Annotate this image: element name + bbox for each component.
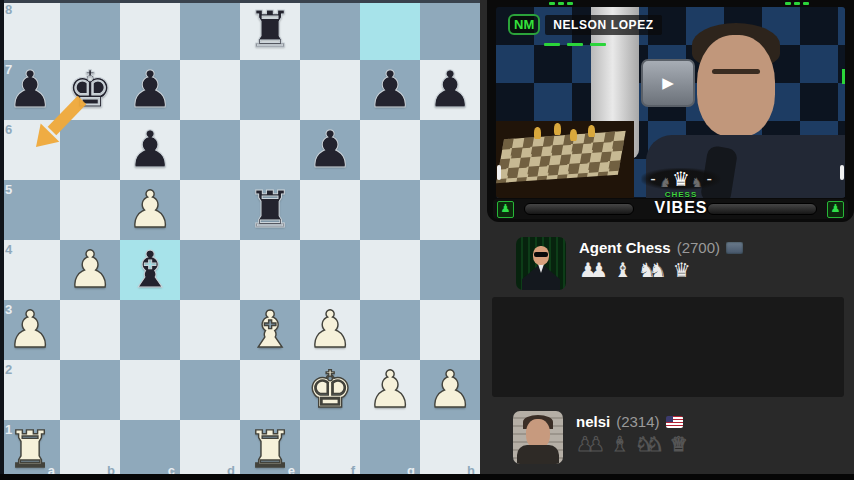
square-e7[interactable] [240,60,300,120]
square-h8[interactable] [420,0,480,60]
nm-title-badge: NM [508,14,540,35]
overlay-dashes-right [785,2,809,5]
chess-table [496,121,634,198]
square-c7[interactable]: ♟ [120,60,180,120]
captured-piece-group: ♞♞ [638,258,667,282]
empty-panel [492,297,844,397]
rank-label: 5 [5,183,12,196]
player-name: Agent Chess [579,239,671,256]
square-c1[interactable]: c [120,420,180,480]
square-b7[interactable]: ♚ [60,60,120,120]
piece-white-pawn[interactable]: ♟ [60,240,120,300]
square-f7[interactable] [300,60,360,120]
square-b4[interactable]: ♟ [60,240,120,300]
board-top-edge [0,0,480,3]
square-c6[interactable]: ♟ [120,120,180,180]
square-c3[interactable] [120,300,180,360]
piece-black-pawn[interactable]: ♟ [360,60,420,120]
square-g8[interactable] [360,0,420,60]
square-b2[interactable] [60,360,120,420]
square-g2[interactable]: ♟ [360,360,420,420]
captured-pieces-row: ♟♟♝♞♞♛ [576,433,694,455]
square-h3[interactable] [420,300,480,360]
square-d5[interactable] [180,180,240,240]
square-h4[interactable] [420,240,480,300]
square-e1[interactable]: e♜ [240,420,300,480]
player-card-bottom: nelsi (2314) ♟♟♝♞♞♛ [513,411,694,464]
square-g5[interactable] [360,180,420,240]
square-d6[interactable] [180,120,240,180]
square-d3[interactable] [180,300,240,360]
piece-black-bishop[interactable]: ♝ [120,240,180,300]
piece-black-pawn[interactable]: ♟ [300,120,360,180]
square-a1[interactable]: 1a♜ [0,420,60,480]
captured-piece-group: ♟♟ [579,258,608,282]
square-h6[interactable] [420,120,480,180]
piece-black-pawn[interactable]: ♟ [0,60,60,120]
frame-tick-right [840,165,844,180]
square-a2[interactable]: 2 [0,360,60,420]
logo-dash: – [707,174,712,185]
board-left-edge [0,0,4,480]
gold-chess-piece [588,125,595,137]
rank-label: 6 [5,123,12,136]
piece-white-pawn[interactable]: ♟ [420,360,480,420]
square-c2[interactable] [120,360,180,420]
logo-text-vibes: VIBES [641,199,720,216]
logo-text-chess: CHESS [641,190,720,199]
piece-white-pawn[interactable]: ♟ [300,300,360,360]
square-e8[interactable]: ♜ [240,0,300,60]
player-flag-badge [726,242,743,254]
square-d2[interactable] [180,360,240,420]
square-d1[interactable]: d [180,420,240,480]
overlay-pill-left [524,203,634,215]
piece-black-king[interactable]: ♚ [60,60,120,120]
piece-black-pawn[interactable]: ♟ [120,60,180,120]
gold-chess-piece [570,129,577,141]
overlay-dashes-left [549,2,573,5]
square-a7[interactable]: 7♟ [0,60,60,120]
square-a6[interactable]: 6 [0,120,60,180]
square-f4[interactable] [300,240,360,300]
gold-chess-piece [534,127,541,139]
square-a4[interactable]: 4 [0,240,60,300]
gold-chess-piece [554,123,561,135]
square-b5[interactable] [60,180,120,240]
square-g1[interactable]: g [360,420,420,480]
chess-vibes-logo: – ♞ ♛ ♞ – CHESS VIBES [641,168,720,216]
square-f8[interactable] [300,0,360,60]
square-a5[interactable]: 5 [0,180,60,240]
captured-piece-group: ♝ [611,432,629,456]
logo-dash: – [650,174,655,185]
square-f6[interactable]: ♟ [300,120,360,180]
captured-piece-group: ♝ [614,258,632,282]
square-e3[interactable]: ♝ [240,300,300,360]
captured-pieces-row: ♟♟♝♞♞♛ [579,259,743,281]
square-g4[interactable] [360,240,420,300]
square-d4[interactable] [180,240,240,300]
square-d8[interactable] [180,0,240,60]
green-pawn-icon: ♟ [497,201,514,218]
captured-piece-group: ♛ [673,258,691,282]
square-c5[interactable]: ♟ [120,180,180,240]
square-c4[interactable]: ♝ [120,240,180,300]
queen-icon: ♛ [672,168,690,190]
piece-black-pawn[interactable]: ♟ [120,120,180,180]
piece-white-rook[interactable]: ♜ [240,420,300,480]
square-h2[interactable]: ♟ [420,360,480,420]
rank-label: 2 [5,363,12,376]
overlay-pill-right [707,203,817,215]
square-e5[interactable]: ♜ [240,180,300,240]
captured-piece-group: ♟♟ [576,432,605,456]
webcam-panel: ▶ NM NELSON LOPEZ ♟ ♟ – [487,0,854,222]
player-card-top: Agent Chess (2700) ♟♟♝♞♞♛ [516,237,743,290]
square-h1[interactable]: h [420,420,480,480]
play-icon: ▶ [662,74,674,92]
streamer-name: NELSON LOPEZ [545,15,662,35]
square-e4[interactable] [240,240,300,300]
physical-chessboard [496,131,626,183]
square-e2[interactable] [240,360,300,420]
square-h7[interactable]: ♟ [420,60,480,120]
knight-icon: ♞ [659,175,671,190]
square-f2[interactable]: ♚ [300,360,360,420]
chess-board[interactable]: 8♜7♟♚♟♟♟6♟♟5♟♜4♟♝3♟♝♟2♚♟♟1a♜bcde♜fgh [0,0,480,480]
green-pawn-icon: ♟ [827,201,844,218]
frame-green-bar [842,69,845,84]
square-a8[interactable]: 8 [0,0,60,60]
square-g3[interactable] [360,300,420,360]
rank-label: 8 [5,3,12,16]
streamer-face [697,35,775,137]
square-f3[interactable]: ♟ [300,300,360,360]
captured-piece-group: ♞♞ [635,432,664,456]
piece-black-rook[interactable]: ♜ [240,180,300,240]
square-c8[interactable] [120,0,180,60]
piece-white-king[interactable]: ♚ [300,360,360,420]
player-name: nelsi [576,413,610,430]
us-flag [666,416,683,428]
captured-piece-group: ♛ [670,432,688,456]
piece-black-rook[interactable]: ♜ [240,0,300,60]
avatar [516,237,566,290]
rank-label: 4 [5,243,12,256]
square-g7[interactable]: ♟ [360,60,420,120]
square-e6[interactable] [240,120,300,180]
square-b8[interactable] [60,0,120,60]
piece-white-pawn[interactable]: ♟ [0,300,60,360]
square-b3[interactable] [60,300,120,360]
youtube-play-plaque: ▶ [641,59,695,107]
piece-black-pawn[interactable]: ♟ [420,60,480,120]
badge-underline-dashes [544,43,606,46]
square-b6[interactable] [60,120,120,180]
piece-white-rook[interactable]: ♜ [0,420,60,480]
streamer-brow [712,69,760,74]
square-h5[interactable] [420,180,480,240]
avatar [513,411,563,464]
player-rating: (2314) [616,413,659,430]
frame-tick-left [497,165,501,180]
square-f1[interactable]: f [300,420,360,480]
bottom-edge-bar [0,474,854,480]
piece-white-bishop[interactable]: ♝ [240,300,300,360]
knight-icon: ♞ [691,175,703,190]
player-rating: (2700) [677,239,720,256]
piece-white-pawn[interactable]: ♟ [120,180,180,240]
square-a3[interactable]: 3♟ [0,300,60,360]
square-b1[interactable]: b [60,420,120,480]
piece-white-pawn[interactable]: ♟ [360,360,420,420]
square-g6[interactable] [360,120,420,180]
square-d7[interactable] [180,60,240,120]
square-f5[interactable] [300,180,360,240]
